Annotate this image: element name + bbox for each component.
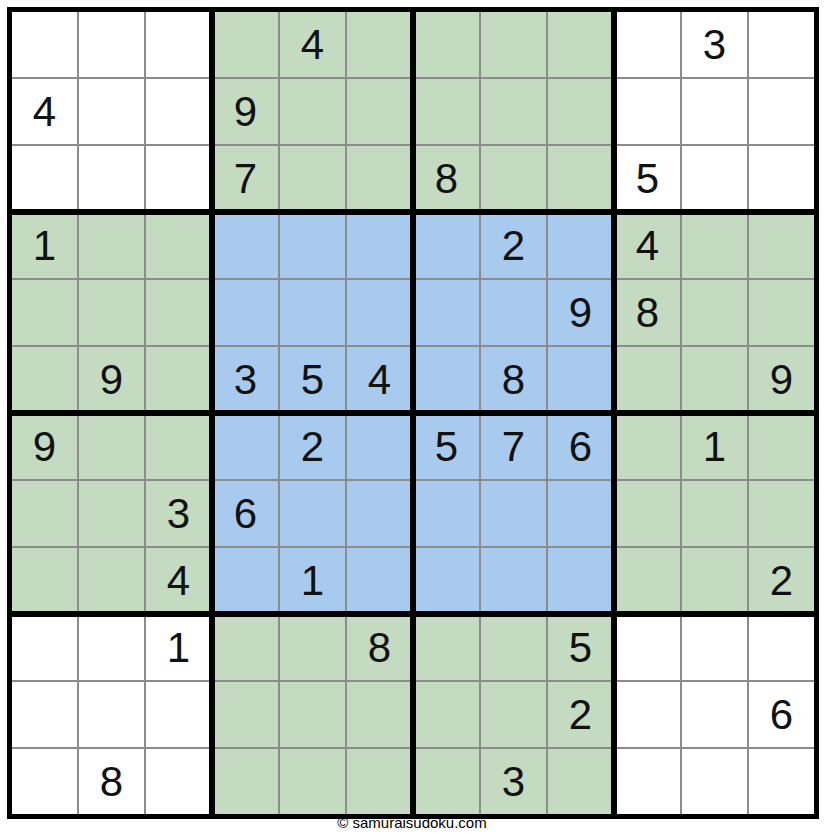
cell-r12c8[interactable]: 3 [481,749,546,814]
cell-r6c11[interactable] [682,347,747,412]
cell-r7c10[interactable] [615,414,680,479]
cell-r9c10[interactable] [615,548,680,613]
cell-r2c10[interactable] [615,79,680,144]
cell-r8c11[interactable] [682,481,747,546]
cell-r9c9[interactable] [548,548,613,613]
sudoku-grid: 434978512498935489925761364121852683 [12,12,814,814]
cell-r6c2[interactable]: 9 [79,347,144,412]
cell-r1c10[interactable] [615,12,680,77]
cell-r11c6[interactable] [347,682,412,747]
cell-r1c1[interactable] [12,12,77,77]
cell-r6c5[interactable]: 5 [280,347,345,412]
cell-r4c1[interactable]: 1 [12,213,77,278]
cell-r2c6[interactable] [347,79,412,144]
cell-r8c4[interactable]: 6 [213,481,278,546]
cell-r5c2[interactable] [79,280,144,345]
cell-r4c11[interactable] [682,213,747,278]
cell-r5c12[interactable] [749,280,814,345]
cell-r11c8[interactable] [481,682,546,747]
cell-r12c10[interactable] [615,749,680,814]
cell-r6c7[interactable] [414,347,479,412]
cell-r4c6[interactable] [347,213,412,278]
cell-r10c5[interactable] [280,615,345,680]
cell-r5c3[interactable] [146,280,211,345]
cell-r4c2[interactable] [79,213,144,278]
cell-r4c3[interactable] [146,213,211,278]
cell-r8c3[interactable]: 3 [146,481,211,546]
cell-r9c3[interactable]: 4 [146,548,211,613]
cell-r4c8[interactable]: 2 [481,213,546,278]
cell-r9c7[interactable] [414,548,479,613]
cell-r12c7[interactable] [414,749,479,814]
cell-r6c4[interactable]: 3 [213,347,278,412]
cell-r7c6[interactable] [347,414,412,479]
cell-r10c12[interactable] [749,615,814,680]
cell-r2c12[interactable] [749,79,814,144]
cell-r8c1[interactable] [12,481,77,546]
cell-r7c11[interactable]: 1 [682,414,747,479]
cell-r4c9[interactable] [548,213,613,278]
cell-r6c3[interactable] [146,347,211,412]
cell-r2c9[interactable] [548,79,613,144]
cell-r2c3[interactable] [146,79,211,144]
cell-r10c10[interactable] [615,615,680,680]
cell-r6c6[interactable]: 4 [347,347,412,412]
cell-r3c1[interactable] [12,146,77,211]
cell-r5c8[interactable] [481,280,546,345]
cell-r8c5[interactable] [280,481,345,546]
cell-r9c8[interactable] [481,548,546,613]
cell-r7c4[interactable] [213,414,278,479]
cell-r8c12[interactable] [749,481,814,546]
cell-r11c5[interactable] [280,682,345,747]
cell-r11c2[interactable] [79,682,144,747]
cell-r1c6[interactable] [347,12,412,77]
cell-r6c8[interactable]: 8 [481,347,546,412]
cell-r12c3[interactable] [146,749,211,814]
cell-r5c7[interactable] [414,280,479,345]
cell-r7c8[interactable]: 7 [481,414,546,479]
cell-r1c3[interactable] [146,12,211,77]
cell-r2c8[interactable] [481,79,546,144]
cell-r3c12[interactable] [749,146,814,211]
cell-r12c1[interactable] [12,749,77,814]
cell-r3c5[interactable] [280,146,345,211]
cell-r1c8[interactable] [481,12,546,77]
cell-r11c1[interactable] [12,682,77,747]
cell-r11c3[interactable] [146,682,211,747]
cell-r12c12[interactable] [749,749,814,814]
cell-r10c3[interactable]: 1 [146,615,211,680]
cell-r6c12[interactable]: 9 [749,347,814,412]
cell-r8c10[interactable] [615,481,680,546]
cell-r12c5[interactable] [280,749,345,814]
cell-r10c2[interactable] [79,615,144,680]
cell-r11c4[interactable] [213,682,278,747]
cell-r3c8[interactable] [481,146,546,211]
cell-r1c7[interactable] [414,12,479,77]
puzzle-page: 434978512498935489925761364121852683 © s… [0,0,824,834]
cell-r2c7[interactable] [414,79,479,144]
cell-r5c10[interactable]: 8 [615,280,680,345]
cell-r9c11[interactable] [682,548,747,613]
cell-r3c10[interactable]: 5 [615,146,680,211]
cell-r10c7[interactable] [414,615,479,680]
cell-r3c3[interactable] [146,146,211,211]
cell-r9c12[interactable]: 2 [749,548,814,613]
cell-r1c2[interactable] [79,12,144,77]
cell-r10c6[interactable]: 8 [347,615,412,680]
cell-r6c1[interactable] [12,347,77,412]
cell-r7c5[interactable]: 2 [280,414,345,479]
cell-r12c11[interactable] [682,749,747,814]
cell-r8c8[interactable] [481,481,546,546]
cell-r11c11[interactable] [682,682,747,747]
cell-r7c7[interactable]: 5 [414,414,479,479]
cell-r4c10[interactable]: 4 [615,213,680,278]
cell-r8c9[interactable] [548,481,613,546]
cell-r7c12[interactable] [749,414,814,479]
cell-r10c8[interactable] [481,615,546,680]
cell-r12c2[interactable]: 8 [79,749,144,814]
cell-r1c12[interactable] [749,12,814,77]
cell-r8c7[interactable] [414,481,479,546]
cell-r3c4[interactable]: 7 [213,146,278,211]
cell-r7c3[interactable] [146,414,211,479]
cell-r7c9[interactable]: 6 [548,414,613,479]
cell-r3c7[interactable]: 8 [414,146,479,211]
cell-r1c4[interactable] [213,12,278,77]
cell-r4c4[interactable] [213,213,278,278]
cell-r7c2[interactable] [79,414,144,479]
cell-r8c2[interactable] [79,481,144,546]
cell-r1c5[interactable]: 4 [280,12,345,77]
cell-r4c12[interactable] [749,213,814,278]
cell-r5c4[interactable] [213,280,278,345]
copyright-credit: © samuraisudoku.com [0,813,824,833]
cell-r6c10[interactable] [615,347,680,412]
cell-r10c4[interactable] [213,615,278,680]
cell-r11c12[interactable]: 6 [749,682,814,747]
cell-r1c11[interactable]: 3 [682,12,747,77]
cell-r12c4[interactable] [213,749,278,814]
cell-r6c9[interactable] [548,347,613,412]
butterfly-sudoku-board: 434978512498935489925761364121852683 [7,7,819,819]
cell-r10c1[interactable] [12,615,77,680]
cell-r9c5[interactable]: 1 [280,548,345,613]
cell-r4c5[interactable] [280,213,345,278]
cell-r2c4[interactable]: 9 [213,79,278,144]
cell-r5c11[interactable] [682,280,747,345]
cell-r3c2[interactable] [79,146,144,211]
cell-r3c9[interactable] [548,146,613,211]
cell-r12c9[interactable] [548,749,613,814]
cell-r5c6[interactable] [347,280,412,345]
cell-r3c6[interactable] [347,146,412,211]
cell-r5c1[interactable] [12,280,77,345]
cell-r7c1[interactable]: 9 [12,414,77,479]
cell-r9c2[interactable] [79,548,144,613]
cell-r10c9[interactable]: 5 [548,615,613,680]
cell-r9c1[interactable] [12,548,77,613]
cell-r5c9[interactable]: 9 [548,280,613,345]
cell-r2c5[interactable] [280,79,345,144]
cell-r3c11[interactable] [682,146,747,211]
cell-r11c7[interactable] [414,682,479,747]
cell-r8c6[interactable] [347,481,412,546]
cell-r10c11[interactable] [682,615,747,680]
cell-r4c7[interactable] [414,213,479,278]
cell-r9c6[interactable] [347,548,412,613]
cell-r12c6[interactable] [347,749,412,814]
cell-r2c11[interactable] [682,79,747,144]
cell-r2c2[interactable] [79,79,144,144]
cell-r11c9[interactable]: 2 [548,682,613,747]
cell-r11c10[interactable] [615,682,680,747]
cell-r9c4[interactable] [213,548,278,613]
cell-r5c5[interactable] [280,280,345,345]
cell-r1c9[interactable] [548,12,613,77]
cell-r2c1[interactable]: 4 [12,79,77,144]
